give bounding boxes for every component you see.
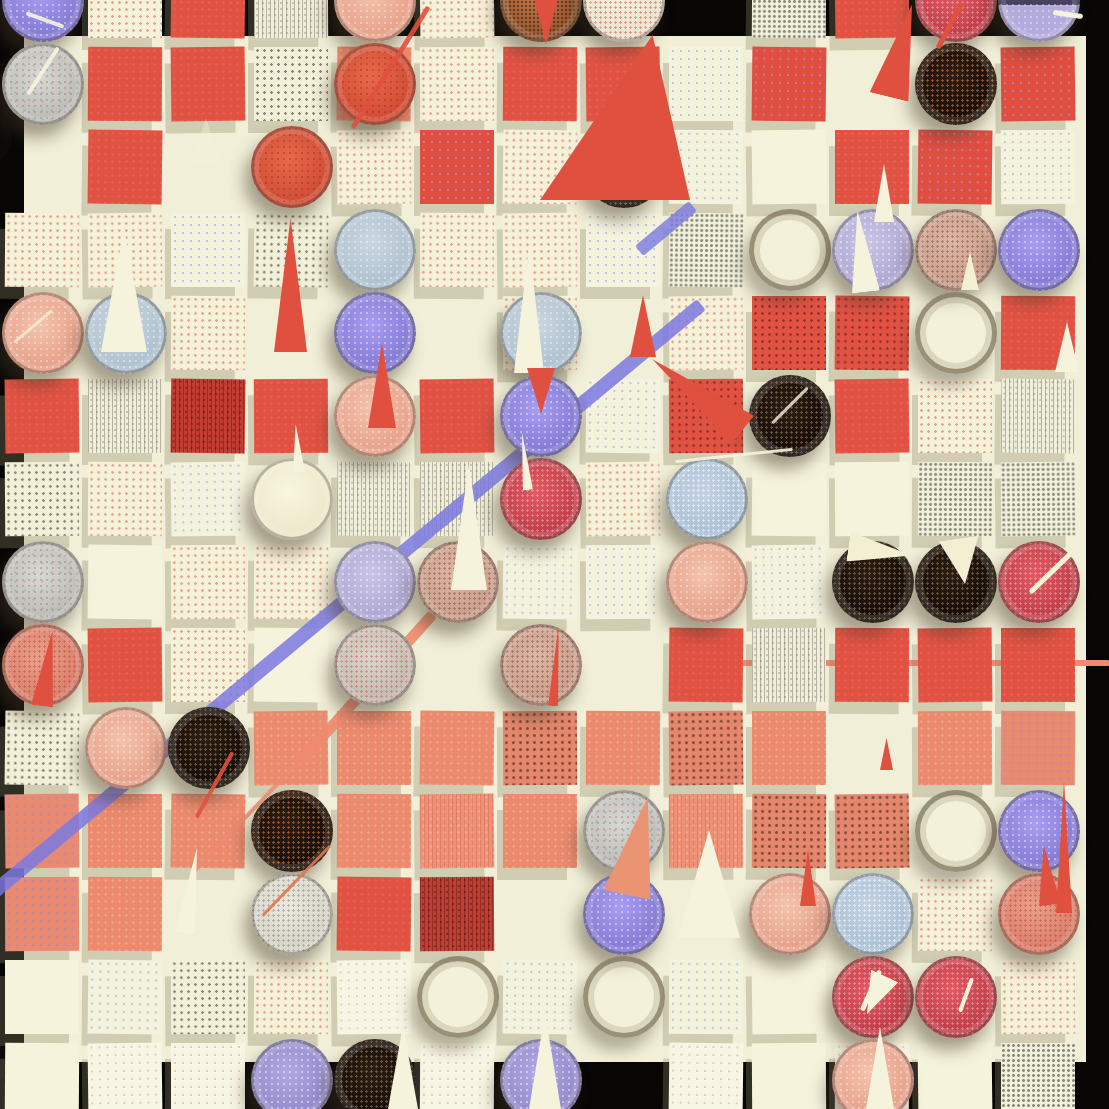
board-square bbox=[88, 545, 163, 620]
board-square bbox=[5, 462, 79, 536]
board-square bbox=[918, 877, 992, 951]
board-square bbox=[88, 877, 162, 951]
board-square bbox=[254, 545, 328, 619]
game-disc-Sm[interactable] bbox=[749, 873, 831, 955]
board-square bbox=[254, 379, 328, 453]
cone-ghost bbox=[191, 118, 221, 163]
board-square bbox=[1001, 47, 1076, 122]
game-disc-K[interactable] bbox=[749, 375, 831, 457]
board-square bbox=[171, 379, 246, 454]
board-square bbox=[88, 0, 162, 38]
board-square bbox=[752, 628, 826, 702]
board-square bbox=[1001, 960, 1075, 1034]
game-disc-Cr[interactable] bbox=[915, 292, 997, 374]
board-square bbox=[88, 379, 162, 453]
board-square bbox=[5, 877, 79, 951]
board-square bbox=[171, 296, 245, 370]
game-disc-Cr[interactable] bbox=[915, 790, 997, 872]
board-square bbox=[88, 462, 162, 536]
board-square bbox=[503, 47, 577, 121]
board-square bbox=[835, 296, 910, 371]
board-square bbox=[337, 130, 412, 205]
board-square bbox=[752, 130, 827, 205]
board-square bbox=[420, 379, 495, 454]
board-square bbox=[254, 960, 328, 1034]
cone-red bbox=[880, 738, 893, 770]
board-square bbox=[835, 0, 910, 38]
board-square bbox=[171, 0, 246, 38]
game-disc-C[interactable] bbox=[251, 458, 333, 540]
game-disc-O[interactable] bbox=[334, 43, 416, 125]
board-square bbox=[918, 1043, 993, 1109]
board-square bbox=[586, 711, 660, 785]
board[interactable] bbox=[0, 0, 1109, 1109]
game-disc-O[interactable] bbox=[251, 126, 333, 208]
game-disc-Ko[interactable] bbox=[251, 790, 333, 872]
board-square bbox=[918, 628, 993, 703]
board-square bbox=[918, 462, 992, 536]
board-square bbox=[503, 213, 578, 288]
board-square bbox=[1001, 130, 1075, 204]
board-square bbox=[752, 711, 826, 785]
game-disc-Pl[interactable] bbox=[334, 541, 416, 623]
board-square bbox=[835, 628, 909, 702]
game-disc-Gr[interactable] bbox=[334, 624, 416, 706]
board-square bbox=[669, 628, 744, 703]
board-square bbox=[5, 960, 79, 1034]
board-square bbox=[5, 1043, 79, 1109]
game-disc-Sm[interactable] bbox=[85, 707, 167, 789]
board-square bbox=[254, 0, 328, 38]
board-square bbox=[1001, 379, 1076, 454]
board-square bbox=[420, 47, 494, 121]
board-square bbox=[420, 794, 495, 869]
game-disc-T[interactable] bbox=[915, 209, 997, 291]
board-square bbox=[420, 0, 495, 38]
board-square bbox=[171, 462, 246, 537]
board-square bbox=[171, 1043, 245, 1109]
board-square bbox=[88, 1043, 163, 1109]
board-square bbox=[835, 462, 909, 536]
game-disc-Sm[interactable] bbox=[666, 541, 748, 623]
board-square bbox=[171, 545, 245, 619]
board-square bbox=[420, 877, 494, 951]
board-square bbox=[752, 0, 826, 38]
board-square bbox=[669, 960, 743, 1034]
board-square bbox=[171, 960, 245, 1034]
game-disc-E[interactable] bbox=[915, 956, 997, 1038]
board-square bbox=[337, 960, 412, 1035]
game-disc-K[interactable] bbox=[168, 707, 250, 789]
board-square bbox=[503, 960, 578, 1035]
game-disc-P[interactable] bbox=[334, 292, 416, 374]
board-square bbox=[337, 711, 411, 785]
game-disc-G[interactable] bbox=[2, 43, 84, 125]
board-square bbox=[420, 1043, 494, 1109]
game-disc-G[interactable] bbox=[2, 541, 84, 623]
board-square bbox=[586, 462, 661, 537]
board-square bbox=[171, 213, 245, 287]
board-square bbox=[752, 545, 827, 620]
game-disc-P[interactable] bbox=[998, 209, 1080, 291]
board-square bbox=[752, 1043, 826, 1109]
board-square bbox=[5, 379, 80, 454]
board-square bbox=[918, 130, 993, 205]
cone-red bbox=[630, 295, 656, 357]
game-disc-Cr[interactable] bbox=[583, 956, 665, 1038]
frame-bar bbox=[1086, 0, 1109, 1109]
board-square bbox=[752, 960, 827, 1035]
board-square bbox=[669, 1043, 744, 1109]
board-square bbox=[669, 296, 744, 371]
board-square bbox=[752, 296, 826, 370]
board-square bbox=[586, 545, 660, 619]
board-square bbox=[171, 47, 246, 122]
board-square bbox=[337, 462, 412, 537]
game-disc-Pb[interactable] bbox=[251, 1039, 333, 1109]
game-disc-B[interactable] bbox=[334, 209, 416, 291]
board-square bbox=[1001, 1043, 1075, 1109]
board-square bbox=[669, 47, 743, 121]
board-square bbox=[503, 711, 577, 785]
board-square bbox=[88, 960, 163, 1035]
board-square bbox=[1001, 711, 1075, 785]
board-square bbox=[835, 794, 910, 869]
board-square bbox=[88, 47, 162, 121]
board-square bbox=[1001, 628, 1075, 702]
board-square bbox=[503, 794, 577, 868]
game-disc-Lb[interactable] bbox=[666, 458, 748, 540]
board-square bbox=[254, 47, 328, 121]
board-square bbox=[420, 711, 495, 786]
board-grid bbox=[1, 0, 1080, 1109]
board-square bbox=[669, 711, 744, 786]
board-square bbox=[835, 130, 909, 204]
board-square bbox=[1001, 462, 1076, 537]
board-square bbox=[752, 47, 827, 122]
board-square bbox=[5, 711, 80, 786]
board-square bbox=[420, 213, 494, 287]
board-square bbox=[835, 379, 910, 454]
board-square bbox=[752, 462, 827, 537]
board-square bbox=[337, 877, 412, 952]
board-square bbox=[88, 130, 163, 205]
board-square bbox=[420, 130, 494, 204]
game-disc-Sm[interactable] bbox=[2, 292, 84, 374]
game-disc-E[interactable] bbox=[500, 458, 582, 540]
board-square bbox=[5, 213, 79, 287]
game-disc-Ko[interactable] bbox=[915, 43, 997, 125]
board-square bbox=[918, 711, 992, 785]
game-disc-Cr[interactable] bbox=[417, 956, 499, 1038]
board-square bbox=[918, 379, 992, 453]
board-square bbox=[503, 545, 578, 620]
game-disc-Cr[interactable] bbox=[749, 209, 831, 291]
board-square bbox=[88, 628, 163, 703]
board-square bbox=[752, 794, 826, 868]
game-disc-Lb[interactable] bbox=[832, 873, 914, 955]
board-square bbox=[337, 794, 411, 868]
game-disc-T[interactable] bbox=[500, 624, 582, 706]
